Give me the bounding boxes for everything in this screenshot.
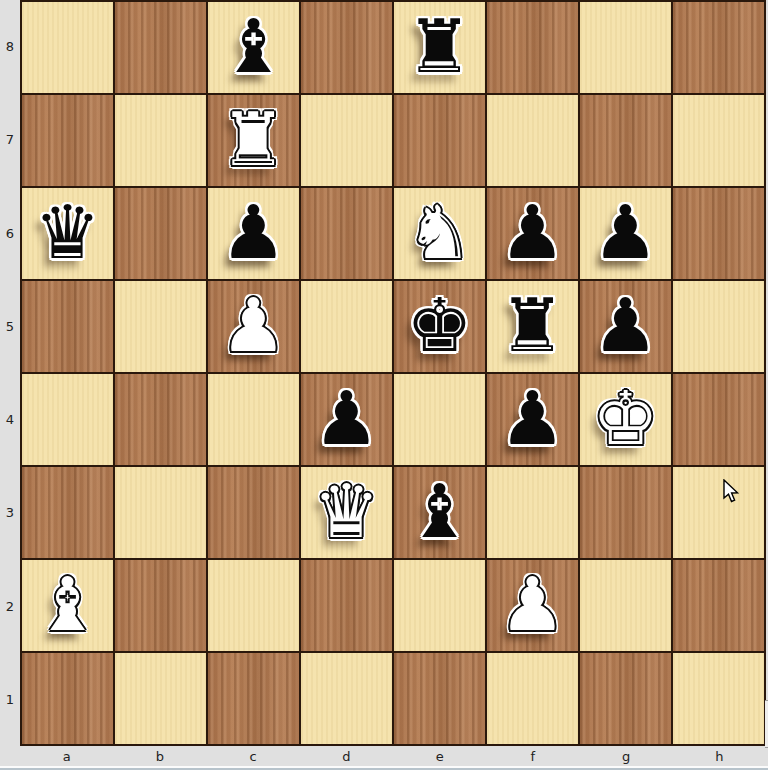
square-d6[interactable] — [301, 188, 392, 279]
square-b4[interactable] — [115, 374, 206, 465]
rank-label-4: 4 — [0, 373, 20, 466]
square-a4[interactable] — [22, 374, 113, 465]
square-e3[interactable]: ♝ — [394, 467, 485, 558]
square-a1[interactable] — [22, 653, 113, 744]
piece-white-bishop[interactable]: ♝ — [34, 567, 100, 641]
piece-black-pawn[interactable]: ♟ — [499, 195, 565, 269]
square-f2[interactable]: ♟ — [487, 560, 578, 651]
square-d4[interactable]: ♟ — [301, 374, 392, 465]
rank-label-2: 2 — [0, 560, 20, 653]
square-e7[interactable] — [394, 95, 485, 186]
square-g7[interactable] — [580, 95, 671, 186]
rank-label-8: 8 — [0, 0, 20, 93]
square-c2[interactable] — [208, 560, 299, 651]
square-h7[interactable] — [673, 95, 764, 186]
square-c3[interactable] — [208, 467, 299, 558]
chess-gui-window: 87654321 ♝♜♜♛♟♞♟♟♟♚♜♟♟♟♚♛♝♝♟ abcdefgh — [0, 0, 768, 770]
square-a2[interactable]: ♝ — [22, 560, 113, 651]
square-f4[interactable]: ♟ — [487, 374, 578, 465]
square-b1[interactable] — [115, 653, 206, 744]
square-h8[interactable] — [673, 2, 764, 93]
piece-black-king[interactable]: ♚ — [406, 288, 472, 362]
square-h5[interactable] — [673, 281, 764, 372]
square-c1[interactable] — [208, 653, 299, 744]
square-g4[interactable]: ♚ — [580, 374, 671, 465]
file-label-b: b — [113, 746, 206, 766]
file-coordinates: abcdefgh — [20, 746, 766, 766]
square-a5[interactable] — [22, 281, 113, 372]
square-b2[interactable] — [115, 560, 206, 651]
square-e2[interactable] — [394, 560, 485, 651]
rank-coordinates: 87654321 — [0, 0, 20, 746]
chess-board[interactable]: ♝♜♜♛♟♞♟♟♟♚♜♟♟♟♚♛♝♝♟ — [20, 0, 766, 746]
square-f1[interactable] — [487, 653, 578, 744]
file-label-e: e — [393, 746, 486, 766]
square-c7[interactable]: ♜ — [208, 95, 299, 186]
square-g3[interactable] — [580, 467, 671, 558]
square-h2[interactable] — [673, 560, 764, 651]
piece-white-pawn[interactable]: ♟ — [220, 288, 286, 362]
piece-black-queen[interactable]: ♛ — [34, 195, 100, 269]
square-h3[interactable] — [673, 467, 764, 558]
rank-label-5: 5 — [0, 280, 20, 373]
square-f8[interactable] — [487, 2, 578, 93]
square-f6[interactable]: ♟ — [487, 188, 578, 279]
square-b3[interactable] — [115, 467, 206, 558]
square-b6[interactable] — [115, 188, 206, 279]
square-h1[interactable] — [673, 653, 764, 744]
rank-label-6: 6 — [0, 187, 20, 280]
square-f3[interactable] — [487, 467, 578, 558]
square-g1[interactable] — [580, 653, 671, 744]
square-e6[interactable]: ♞ — [394, 188, 485, 279]
piece-black-pawn[interactable]: ♟ — [592, 195, 658, 269]
square-a3[interactable] — [22, 467, 113, 558]
square-f7[interactable] — [487, 95, 578, 186]
square-d7[interactable] — [301, 95, 392, 186]
piece-white-pawn[interactable]: ♟ — [499, 567, 565, 641]
rank-label-1: 1 — [0, 653, 20, 746]
piece-black-pawn[interactable]: ♟ — [592, 288, 658, 362]
file-label-f: f — [486, 746, 579, 766]
square-c4[interactable] — [208, 374, 299, 465]
piece-black-rook[interactable]: ♜ — [406, 9, 472, 83]
square-b5[interactable] — [115, 281, 206, 372]
square-g2[interactable] — [580, 560, 671, 651]
square-f5[interactable]: ♜ — [487, 281, 578, 372]
piece-black-bishop[interactable]: ♝ — [406, 474, 472, 548]
square-c5[interactable]: ♟ — [208, 281, 299, 372]
square-e4[interactable] — [394, 374, 485, 465]
square-a8[interactable] — [22, 2, 113, 93]
square-h6[interactable] — [673, 188, 764, 279]
square-e5[interactable]: ♚ — [394, 281, 485, 372]
square-h4[interactable] — [673, 374, 764, 465]
piece-black-pawn[interactable]: ♟ — [220, 195, 286, 269]
piece-black-pawn[interactable]: ♟ — [313, 381, 379, 455]
rank-label-3: 3 — [0, 466, 20, 559]
square-c6[interactable]: ♟ — [208, 188, 299, 279]
square-c8[interactable]: ♝ — [208, 2, 299, 93]
square-e1[interactable] — [394, 653, 485, 744]
piece-white-king[interactable]: ♚ — [592, 381, 658, 455]
piece-white-knight[interactable]: ♞ — [406, 195, 472, 269]
square-g8[interactable] — [580, 2, 671, 93]
square-e8[interactable]: ♜ — [394, 2, 485, 93]
square-a6[interactable]: ♛ — [22, 188, 113, 279]
square-d1[interactable] — [301, 653, 392, 744]
piece-white-queen[interactable]: ♛ — [313, 474, 379, 548]
file-label-h: h — [673, 746, 766, 766]
square-a7[interactable] — [22, 95, 113, 186]
file-label-d: d — [300, 746, 393, 766]
square-d3[interactable]: ♛ — [301, 467, 392, 558]
square-g5[interactable]: ♟ — [580, 281, 671, 372]
square-d8[interactable] — [301, 2, 392, 93]
file-label-c: c — [207, 746, 300, 766]
square-b7[interactable] — [115, 95, 206, 186]
square-d5[interactable] — [301, 281, 392, 372]
square-d2[interactable] — [301, 560, 392, 651]
file-label-a: a — [20, 746, 113, 766]
piece-black-pawn[interactable]: ♟ — [499, 381, 565, 455]
piece-white-rook[interactable]: ♜ — [220, 102, 286, 176]
square-g6[interactable]: ♟ — [580, 188, 671, 279]
file-label-g: g — [580, 746, 673, 766]
square-b8[interactable] — [115, 2, 206, 93]
rank-label-7: 7 — [0, 93, 20, 186]
piece-black-rook[interactable]: ♜ — [499, 288, 565, 362]
piece-black-bishop[interactable]: ♝ — [220, 9, 286, 83]
